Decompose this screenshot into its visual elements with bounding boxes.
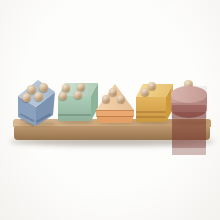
triangle-slab <box>97 116 133 123</box>
peg <box>117 95 125 103</box>
peg <box>74 91 82 99</box>
peg <box>102 95 110 103</box>
pink-circle-block <box>171 80 208 123</box>
peg <box>141 88 149 96</box>
peg <box>59 92 67 100</box>
block-front-face <box>136 97 166 122</box>
yellow-rectangle-block <box>136 84 173 122</box>
peg <box>109 88 117 96</box>
blue-square-block <box>17 80 57 127</box>
slab-groove <box>136 111 166 113</box>
peg <box>34 92 43 101</box>
peg <box>22 93 31 102</box>
peg <box>62 84 70 92</box>
peg <box>77 83 85 91</box>
peach-triangle-block <box>96 84 135 122</box>
peg <box>39 83 48 92</box>
slab-groove <box>136 116 166 118</box>
slab-groove <box>172 112 206 155</box>
toy-photo <box>0 0 220 220</box>
peg <box>148 82 156 90</box>
slab-groove <box>58 114 91 116</box>
cylinder-top-face <box>171 86 207 103</box>
green-square-block <box>58 83 98 122</box>
